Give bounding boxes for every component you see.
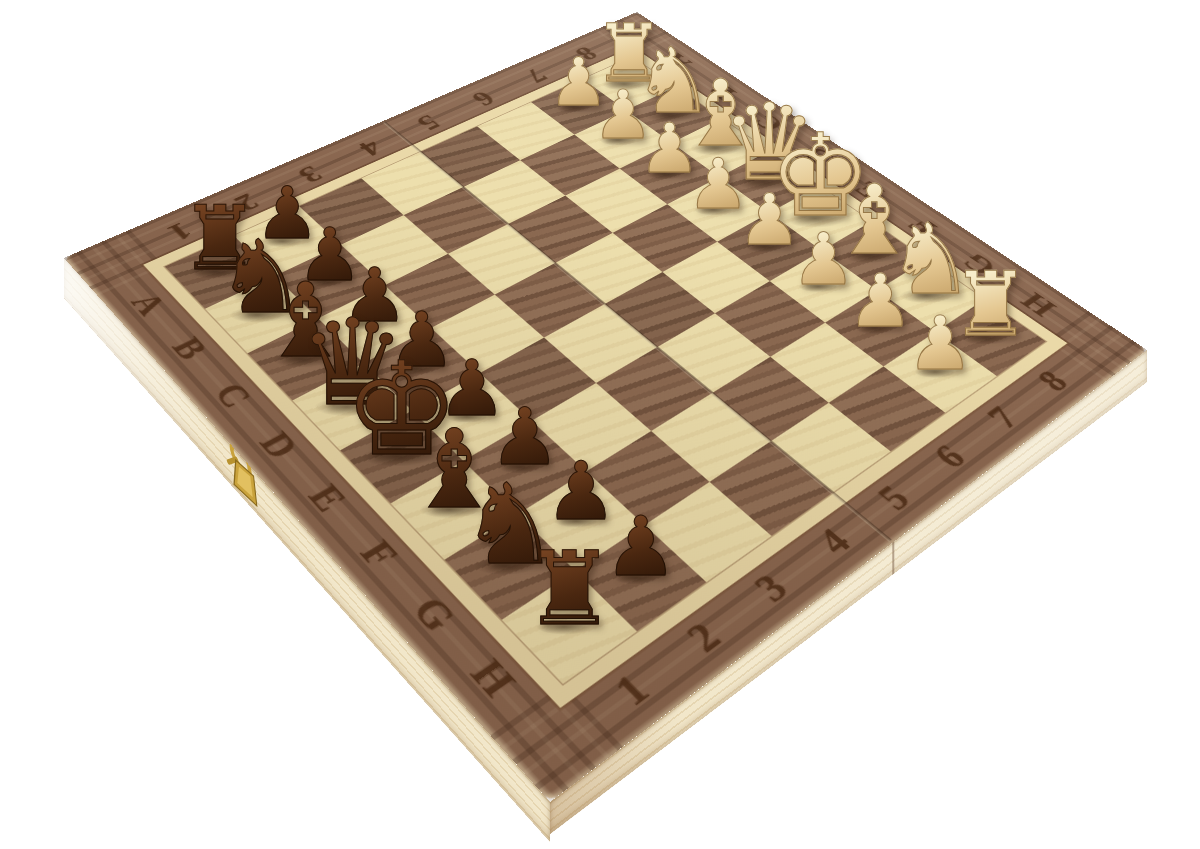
piece-dark-pawn-h2[interactable]: ♟ — [604, 506, 678, 588]
chess-set-photo: AABBCCDDEEFFGGHH8877665544332211 ♜♞♝♛♚♝♞… — [0, 0, 1200, 849]
piece-light-pawn-g7[interactable]: ♟ — [847, 264, 913, 337]
piece-light-pawn-f7[interactable]: ♟ — [791, 224, 855, 296]
piece-dark-rook-h1[interactable]: ♜ — [524, 538, 615, 640]
piece-light-pawn-h7[interactable]: ♟ — [907, 307, 974, 381]
pieces-layer: ♜♞♝♛♚♝♞♜♟♟♟♟♟♟♟♟♟♟♟♟♟♟♟♟♜♞♝♛♚♝♞♜ — [0, 0, 1200, 849]
